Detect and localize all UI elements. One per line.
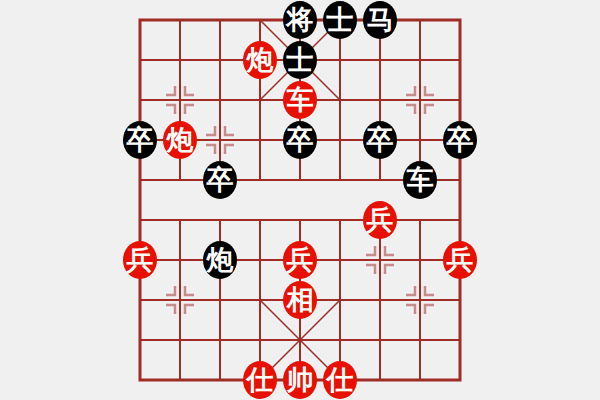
piece-black-advisor[interactable]: 士 — [283, 41, 317, 79]
piece-red-elephant[interactable]: 相 — [283, 281, 317, 319]
piece-glyph: 相 — [287, 287, 314, 314]
piece-red-chariot[interactable]: 车 — [283, 81, 317, 119]
piece-black-chariot[interactable]: 车 — [403, 161, 437, 199]
piece-glyph: 卒 — [367, 127, 394, 154]
piece-red-soldier[interactable]: 兵 — [443, 241, 477, 279]
piece-red-advisor[interactable]: 仕 — [323, 361, 357, 399]
piece-black-soldier[interactable]: 卒 — [203, 161, 237, 199]
piece-black-general[interactable]: 将 — [283, 1, 317, 39]
piece-glyph: 车 — [287, 87, 314, 114]
piece-red-cannon[interactable]: 炮 — [243, 41, 277, 79]
piece-glyph: 卒 — [447, 127, 474, 154]
xiangqi-board[interactable]: 将士马士卒卒卒卒卒车炮炮车炮兵兵兵兵相仕帅仕 — [120, 0, 480, 400]
piece-black-cannon[interactable]: 炮 — [203, 241, 237, 279]
piece-glyph: 兵 — [287, 247, 314, 274]
piece-red-soldier[interactable]: 兵 — [283, 241, 317, 279]
piece-red-cannon[interactable]: 炮 — [163, 121, 197, 159]
piece-glyph: 炮 — [247, 47, 274, 74]
piece-black-soldier[interactable]: 卒 — [443, 121, 477, 159]
piece-glyph: 士 — [327, 7, 354, 34]
piece-glyph: 卒 — [287, 127, 314, 154]
piece-black-soldier[interactable]: 卒 — [363, 121, 397, 159]
piece-glyph: 将 — [287, 7, 314, 34]
piece-glyph: 帅 — [287, 367, 314, 394]
piece-glyph: 仕 — [327, 367, 354, 394]
piece-red-advisor[interactable]: 仕 — [243, 361, 277, 399]
piece-glyph: 卒 — [127, 127, 154, 154]
piece-red-soldier[interactable]: 兵 — [363, 201, 397, 239]
piece-red-general[interactable]: 帅 — [283, 361, 317, 399]
piece-glyph: 仕 — [247, 367, 274, 394]
piece-glyph: 卒 — [207, 167, 234, 194]
piece-glyph: 炮 — [167, 127, 194, 154]
piece-glyph: 兵 — [367, 207, 394, 234]
piece-black-soldier[interactable]: 卒 — [283, 121, 317, 159]
piece-glyph: 兵 — [127, 247, 154, 274]
piece-glyph: 兵 — [447, 247, 474, 274]
xiangqi-app: 将士马士卒卒卒卒卒车炮炮车炮兵兵兵兵相仕帅仕 — [0, 0, 600, 400]
piece-black-horse[interactable]: 马 — [363, 1, 397, 39]
piece-glyph: 炮 — [207, 247, 234, 274]
piece-glyph: 士 — [287, 47, 314, 74]
piece-black-advisor[interactable]: 士 — [323, 1, 357, 39]
piece-glyph: 车 — [407, 167, 434, 194]
piece-glyph: 马 — [367, 7, 394, 34]
piece-red-soldier[interactable]: 兵 — [123, 241, 157, 279]
piece-black-soldier[interactable]: 卒 — [123, 121, 157, 159]
